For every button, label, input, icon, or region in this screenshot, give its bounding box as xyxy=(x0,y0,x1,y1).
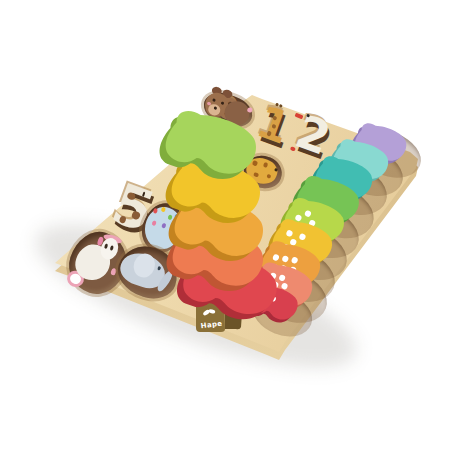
product-photo: 000111222555 Hape xyxy=(0,0,450,450)
